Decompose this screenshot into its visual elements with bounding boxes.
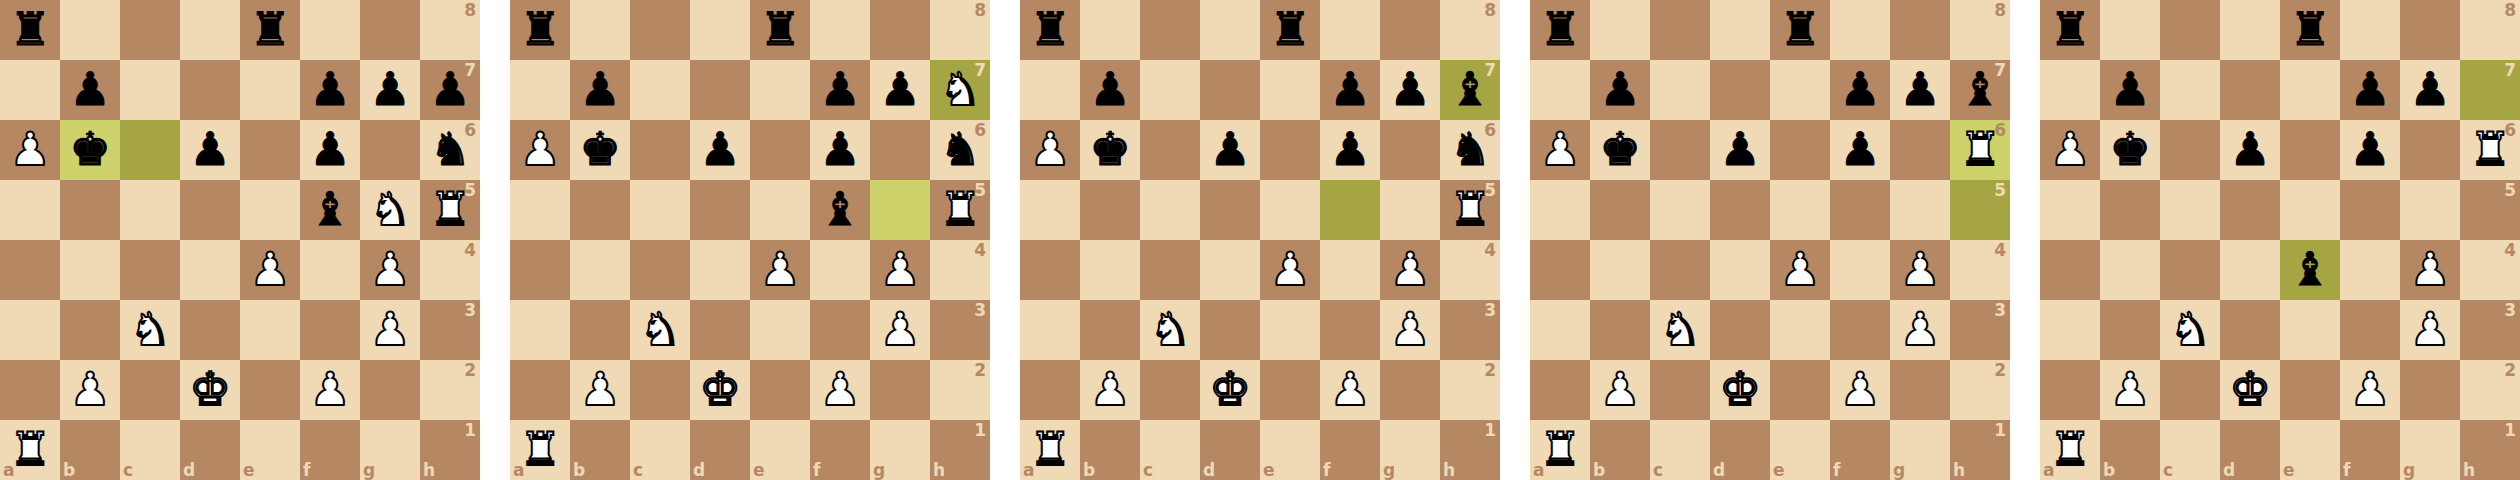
square-b4[interactable]	[1590, 240, 1650, 300]
square-h4[interactable]: 4	[420, 240, 480, 300]
black-pawn[interactable]: ♟	[1089, 66, 1130, 112]
square-d1[interactable]: d	[690, 420, 750, 480]
square-d7[interactable]	[1710, 60, 1770, 120]
square-b7[interactable]: ♟	[1590, 60, 1650, 120]
square-b6[interactable]: ♚	[570, 120, 630, 180]
square-g6[interactable]	[1380, 120, 1440, 180]
square-h1[interactable]: 1h	[420, 420, 480, 480]
square-f6[interactable]: ♟	[810, 120, 870, 180]
white-king[interactable]: ♚	[1209, 366, 1250, 412]
square-g7[interactable]: ♟	[360, 60, 420, 120]
white-rook[interactable]: ♜	[1539, 426, 1580, 472]
square-b3[interactable]	[60, 300, 120, 360]
square-d2[interactable]: ♚	[180, 360, 240, 420]
square-h5[interactable]: ♜5	[420, 180, 480, 240]
square-d7[interactable]	[2220, 60, 2280, 120]
square-a1[interactable]: ♜a	[2040, 420, 2100, 480]
white-king[interactable]: ♚	[189, 366, 230, 412]
square-a6[interactable]: ♟	[2040, 120, 2100, 180]
black-rook[interactable]: ♜	[249, 6, 290, 52]
square-h1[interactable]: 1h	[1440, 420, 1500, 480]
square-g7[interactable]: ♟	[1890, 60, 1950, 120]
square-h4[interactable]: 4	[2460, 240, 2520, 300]
square-a7[interactable]	[0, 60, 60, 120]
square-h3[interactable]: 3	[1440, 300, 1500, 360]
square-f1[interactable]: f	[300, 420, 360, 480]
square-e4[interactable]: ♟	[1770, 240, 1830, 300]
square-h2[interactable]: 2	[1440, 360, 1500, 420]
square-h5[interactable]: 5	[2460, 180, 2520, 240]
square-f2[interactable]: ♟	[2340, 360, 2400, 420]
white-pawn[interactable]: ♟	[879, 306, 920, 352]
black-rook[interactable]: ♜	[519, 6, 560, 52]
white-rook[interactable]: ♜	[1959, 126, 2000, 172]
square-g1[interactable]: g	[360, 420, 420, 480]
square-g5[interactable]: ♞	[360, 180, 420, 240]
square-b1[interactable]: b	[1080, 420, 1140, 480]
white-knight[interactable]: ♞	[1149, 306, 1190, 352]
square-b2[interactable]: ♟	[2100, 360, 2160, 420]
black-rook[interactable]: ♜	[1539, 6, 1580, 52]
black-pawn[interactable]: ♟	[1839, 126, 1880, 172]
square-b4[interactable]	[570, 240, 630, 300]
square-e1[interactable]: e	[240, 420, 300, 480]
square-f4[interactable]	[1830, 240, 1890, 300]
square-b3[interactable]	[1590, 300, 1650, 360]
white-rook[interactable]: ♜	[1449, 186, 1490, 232]
square-f8[interactable]	[1830, 0, 1890, 60]
square-c7[interactable]	[2160, 60, 2220, 120]
square-c6[interactable]	[2160, 120, 2220, 180]
square-d3[interactable]	[180, 300, 240, 360]
square-f1[interactable]: f	[810, 420, 870, 480]
square-e6[interactable]	[1260, 120, 1320, 180]
black-bishop[interactable]: ♝	[309, 186, 350, 232]
square-g4[interactable]: ♟	[360, 240, 420, 300]
square-c5[interactable]	[1140, 180, 1200, 240]
square-a7[interactable]	[1020, 60, 1080, 120]
square-c8[interactable]	[2160, 0, 2220, 60]
square-h7[interactable]: ♟7	[420, 60, 480, 120]
black-pawn[interactable]: ♟	[579, 66, 620, 112]
square-e2[interactable]	[240, 360, 300, 420]
square-g8[interactable]	[2400, 0, 2460, 60]
square-d7[interactable]	[690, 60, 750, 120]
square-c3[interactable]: ♞	[120, 300, 180, 360]
square-d6[interactable]: ♟	[690, 120, 750, 180]
square-g1[interactable]: g	[2400, 420, 2460, 480]
white-knight[interactable]: ♞	[129, 306, 170, 352]
white-pawn[interactable]: ♟	[1839, 366, 1880, 412]
square-a7[interactable]	[510, 60, 570, 120]
square-a8[interactable]: ♜	[0, 0, 60, 60]
square-b1[interactable]: b	[570, 420, 630, 480]
black-rook[interactable]: ♜	[9, 6, 50, 52]
white-pawn[interactable]: ♟	[1389, 306, 1430, 352]
square-d2[interactable]: ♚	[1710, 360, 1770, 420]
white-rook[interactable]: ♜	[939, 186, 980, 232]
square-g5[interactable]	[2400, 180, 2460, 240]
square-f2[interactable]: ♟	[810, 360, 870, 420]
black-pawn[interactable]: ♟	[1899, 66, 1940, 112]
square-g1[interactable]: g	[870, 420, 930, 480]
black-pawn[interactable]: ♟	[819, 66, 860, 112]
white-knight[interactable]: ♞	[2169, 306, 2210, 352]
square-b7[interactable]: ♟	[1080, 60, 1140, 120]
white-pawn[interactable]: ♟	[369, 306, 410, 352]
black-pawn[interactable]: ♟	[429, 66, 470, 112]
black-bishop[interactable]: ♝	[1959, 66, 2000, 112]
black-pawn[interactable]: ♟	[1209, 126, 1250, 172]
square-e6[interactable]	[750, 120, 810, 180]
square-f5[interactable]: ♝	[300, 180, 360, 240]
square-c3[interactable]: ♞	[2160, 300, 2220, 360]
square-b8[interactable]	[60, 0, 120, 60]
square-b8[interactable]	[2100, 0, 2160, 60]
square-a1[interactable]: ♜a	[1530, 420, 1590, 480]
square-h5[interactable]: 5	[1950, 180, 2010, 240]
square-a4[interactable]	[1020, 240, 1080, 300]
square-h1[interactable]: 1h	[2460, 420, 2520, 480]
square-b6[interactable]: ♚	[1080, 120, 1140, 180]
square-d8[interactable]	[180, 0, 240, 60]
square-a8[interactable]: ♜	[2040, 0, 2100, 60]
square-b8[interactable]	[1080, 0, 1140, 60]
square-c1[interactable]: c	[1140, 420, 1200, 480]
square-a2[interactable]	[2040, 360, 2100, 420]
square-c4[interactable]	[630, 240, 690, 300]
square-a2[interactable]	[0, 360, 60, 420]
black-pawn[interactable]: ♟	[2409, 66, 2450, 112]
black-king[interactable]: ♚	[1089, 126, 1130, 172]
square-h5[interactable]: ♜5	[930, 180, 990, 240]
square-d1[interactable]: d	[2220, 420, 2280, 480]
square-d8[interactable]	[690, 0, 750, 60]
black-pawn[interactable]: ♟	[309, 126, 350, 172]
square-d3[interactable]	[2220, 300, 2280, 360]
square-g3[interactable]: ♟	[1380, 300, 1440, 360]
square-c2[interactable]	[1140, 360, 1200, 420]
square-a7[interactable]	[1530, 60, 1590, 120]
square-g5[interactable]	[1380, 180, 1440, 240]
white-pawn[interactable]: ♟	[2049, 126, 2090, 172]
white-pawn[interactable]: ♟	[9, 126, 50, 172]
square-g4[interactable]: ♟	[870, 240, 930, 300]
square-e4[interactable]: ♝	[2280, 240, 2340, 300]
square-d5[interactable]	[1710, 180, 1770, 240]
square-c4[interactable]	[120, 240, 180, 300]
square-f6[interactable]: ♟	[2340, 120, 2400, 180]
white-pawn[interactable]: ♟	[1899, 246, 1940, 292]
black-king[interactable]: ♚	[2109, 126, 2150, 172]
white-pawn[interactable]: ♟	[1599, 366, 1640, 412]
black-pawn[interactable]: ♟	[699, 126, 740, 172]
square-b5[interactable]	[60, 180, 120, 240]
square-c1[interactable]: c	[120, 420, 180, 480]
square-a8[interactable]: ♜	[1020, 0, 1080, 60]
square-c5[interactable]	[1650, 180, 1710, 240]
square-g2[interactable]	[1380, 360, 1440, 420]
square-h6[interactable]: ♜6	[2460, 120, 2520, 180]
black-rook[interactable]: ♜	[2049, 6, 2090, 52]
white-pawn[interactable]: ♟	[519, 126, 560, 172]
square-g2[interactable]	[360, 360, 420, 420]
square-d8[interactable]	[1710, 0, 1770, 60]
white-pawn[interactable]: ♟	[2409, 306, 2450, 352]
square-e5[interactable]	[1770, 180, 1830, 240]
white-pawn[interactable]: ♟	[2109, 366, 2150, 412]
square-h7[interactable]: ♝7	[1440, 60, 1500, 120]
white-pawn[interactable]: ♟	[1389, 246, 1430, 292]
square-a4[interactable]	[2040, 240, 2100, 300]
square-c7[interactable]	[120, 60, 180, 120]
square-f6[interactable]: ♟	[1320, 120, 1380, 180]
square-d5[interactable]	[1200, 180, 1260, 240]
square-f1[interactable]: f	[2340, 420, 2400, 480]
square-h6[interactable]: ♜6	[1950, 120, 2010, 180]
square-d7[interactable]	[180, 60, 240, 120]
square-c2[interactable]	[120, 360, 180, 420]
square-f7[interactable]: ♟	[300, 60, 360, 120]
square-d8[interactable]	[1200, 0, 1260, 60]
white-pawn[interactable]: ♟	[879, 246, 920, 292]
square-g3[interactable]: ♟	[870, 300, 930, 360]
square-e2[interactable]	[2280, 360, 2340, 420]
square-h6[interactable]: ♞6	[930, 120, 990, 180]
square-g3[interactable]: ♟	[2400, 300, 2460, 360]
square-a5[interactable]	[2040, 180, 2100, 240]
square-e5[interactable]	[2280, 180, 2340, 240]
square-b8[interactable]	[570, 0, 630, 60]
square-f2[interactable]: ♟	[1320, 360, 1380, 420]
square-e2[interactable]	[1770, 360, 1830, 420]
square-d7[interactable]	[1200, 60, 1260, 120]
square-g2[interactable]	[2400, 360, 2460, 420]
square-c2[interactable]	[1650, 360, 1710, 420]
square-g5[interactable]	[870, 180, 930, 240]
square-g3[interactable]: ♟	[360, 300, 420, 360]
square-b3[interactable]	[570, 300, 630, 360]
square-e8[interactable]: ♜	[750, 0, 810, 60]
square-f7[interactable]: ♟	[1830, 60, 1890, 120]
white-rook[interactable]: ♜	[2049, 426, 2090, 472]
square-d4[interactable]	[180, 240, 240, 300]
black-pawn[interactable]: ♟	[2109, 66, 2150, 112]
square-c3[interactable]: ♞	[630, 300, 690, 360]
square-e2[interactable]	[750, 360, 810, 420]
square-h7[interactable]: 7	[2460, 60, 2520, 120]
square-a4[interactable]	[0, 240, 60, 300]
square-c2[interactable]	[2160, 360, 2220, 420]
square-b3[interactable]	[2100, 300, 2160, 360]
square-a5[interactable]	[1020, 180, 1080, 240]
square-e8[interactable]: ♜	[1260, 0, 1320, 60]
square-f3[interactable]	[1320, 300, 1380, 360]
white-knight[interactable]: ♞	[639, 306, 680, 352]
square-f5[interactable]: ♝	[810, 180, 870, 240]
square-h2[interactable]: 2	[2460, 360, 2520, 420]
square-a3[interactable]	[0, 300, 60, 360]
square-a4[interactable]	[1530, 240, 1590, 300]
square-b2[interactable]: ♟	[1080, 360, 1140, 420]
square-h6[interactable]: ♞6	[420, 120, 480, 180]
white-pawn[interactable]: ♟	[819, 366, 860, 412]
square-h6[interactable]: ♞6	[1440, 120, 1500, 180]
square-a2[interactable]	[1020, 360, 1080, 420]
square-e6[interactable]	[2280, 120, 2340, 180]
square-c1[interactable]: c	[1650, 420, 1710, 480]
black-pawn[interactable]: ♟	[1719, 126, 1760, 172]
black-pawn[interactable]: ♟	[69, 66, 110, 112]
square-a1[interactable]: ♜a	[510, 420, 570, 480]
square-e8[interactable]: ♜	[240, 0, 300, 60]
square-h3[interactable]: 3	[1950, 300, 2010, 360]
black-pawn[interactable]: ♟	[1329, 66, 1370, 112]
square-d5[interactable]	[690, 180, 750, 240]
square-h4[interactable]: 4	[930, 240, 990, 300]
square-b6[interactable]: ♚	[2100, 120, 2160, 180]
square-f4[interactable]	[300, 240, 360, 300]
square-d8[interactable]	[2220, 0, 2280, 60]
square-e5[interactable]	[1260, 180, 1320, 240]
square-b4[interactable]	[1080, 240, 1140, 300]
square-d2[interactable]: ♚	[690, 360, 750, 420]
square-e4[interactable]: ♟	[750, 240, 810, 300]
square-b1[interactable]: b	[60, 420, 120, 480]
black-bishop[interactable]: ♝	[819, 186, 860, 232]
black-pawn[interactable]: ♟	[2349, 126, 2390, 172]
black-king[interactable]: ♚	[579, 126, 620, 172]
black-king[interactable]: ♚	[1599, 126, 1640, 172]
white-pawn[interactable]: ♟	[369, 246, 410, 292]
black-rook[interactable]: ♜	[759, 6, 800, 52]
square-b2[interactable]: ♟	[570, 360, 630, 420]
square-f7[interactable]: ♟	[1320, 60, 1380, 120]
square-c4[interactable]	[2160, 240, 2220, 300]
square-g1[interactable]: g	[1380, 420, 1440, 480]
black-bishop[interactable]: ♝	[1449, 66, 1490, 112]
white-pawn[interactable]: ♟	[69, 366, 110, 412]
square-a8[interactable]: ♜	[1530, 0, 1590, 60]
white-pawn[interactable]: ♟	[2349, 366, 2390, 412]
square-b6[interactable]: ♚	[1590, 120, 1650, 180]
square-d1[interactable]: d	[1710, 420, 1770, 480]
square-a3[interactable]	[2040, 300, 2100, 360]
black-rook[interactable]: ♜	[1029, 6, 1070, 52]
square-h4[interactable]: 4	[1440, 240, 1500, 300]
square-a6[interactable]: ♟	[1020, 120, 1080, 180]
black-bishop[interactable]: ♝	[2289, 246, 2330, 292]
square-a3[interactable]	[1020, 300, 1080, 360]
square-h4[interactable]: 4	[1950, 240, 2010, 300]
black-knight[interactable]: ♞	[939, 126, 980, 172]
square-b5[interactable]	[2100, 180, 2160, 240]
square-g8[interactable]	[870, 0, 930, 60]
white-knight[interactable]: ♞	[1659, 306, 1700, 352]
square-d3[interactable]	[690, 300, 750, 360]
white-king[interactable]: ♚	[2229, 366, 2270, 412]
square-e7[interactable]	[1770, 60, 1830, 120]
square-e4[interactable]: ♟	[1260, 240, 1320, 300]
square-f8[interactable]	[810, 0, 870, 60]
square-e1[interactable]: e	[750, 420, 810, 480]
square-b8[interactable]	[1590, 0, 1650, 60]
white-rook[interactable]: ♜	[2469, 126, 2510, 172]
square-b2[interactable]: ♟	[1590, 360, 1650, 420]
square-c6[interactable]	[1650, 120, 1710, 180]
square-c6[interactable]	[120, 120, 180, 180]
white-pawn[interactable]: ♟	[309, 366, 350, 412]
square-b4[interactable]	[60, 240, 120, 300]
square-a8[interactable]: ♜	[510, 0, 570, 60]
square-h7[interactable]: ♞7	[930, 60, 990, 120]
square-e5[interactable]	[240, 180, 300, 240]
square-f1[interactable]: f	[1830, 420, 1890, 480]
square-g6[interactable]	[1890, 120, 1950, 180]
square-e7[interactable]	[2280, 60, 2340, 120]
square-h3[interactable]: 3	[2460, 300, 2520, 360]
square-e8[interactable]: ♜	[1770, 0, 1830, 60]
white-pawn[interactable]: ♟	[1539, 126, 1580, 172]
square-f2[interactable]: ♟	[1830, 360, 1890, 420]
square-a2[interactable]	[510, 360, 570, 420]
square-a2[interactable]	[1530, 360, 1590, 420]
square-e3[interactable]	[1770, 300, 1830, 360]
square-b1[interactable]: b	[2100, 420, 2160, 480]
white-rook[interactable]: ♜	[1029, 426, 1070, 472]
square-d6[interactable]: ♟	[180, 120, 240, 180]
square-h3[interactable]: 3	[420, 300, 480, 360]
square-b1[interactable]: b	[1590, 420, 1650, 480]
white-pawn[interactable]: ♟	[1779, 246, 1820, 292]
black-pawn[interactable]: ♟	[1389, 66, 1430, 112]
square-g3[interactable]: ♟	[1890, 300, 1950, 360]
square-h2[interactable]: 2	[930, 360, 990, 420]
square-g6[interactable]	[870, 120, 930, 180]
white-pawn[interactable]: ♟	[1329, 366, 1370, 412]
square-c5[interactable]	[120, 180, 180, 240]
white-king[interactable]: ♚	[699, 366, 740, 412]
square-e5[interactable]	[750, 180, 810, 240]
square-e3[interactable]	[750, 300, 810, 360]
square-h7[interactable]: ♝7	[1950, 60, 2010, 120]
white-pawn[interactable]: ♟	[2409, 246, 2450, 292]
square-e7[interactable]	[750, 60, 810, 120]
square-g7[interactable]: ♟	[870, 60, 930, 120]
square-c6[interactable]	[1140, 120, 1200, 180]
square-h8[interactable]: 8	[420, 0, 480, 60]
white-pawn[interactable]: ♟	[1089, 366, 1130, 412]
square-f3[interactable]	[1830, 300, 1890, 360]
square-f8[interactable]	[1320, 0, 1380, 60]
black-pawn[interactable]: ♟	[309, 66, 350, 112]
square-c8[interactable]	[630, 0, 690, 60]
square-c1[interactable]: c	[630, 420, 690, 480]
square-h1[interactable]: 1h	[930, 420, 990, 480]
square-b2[interactable]: ♟	[60, 360, 120, 420]
square-f8[interactable]	[300, 0, 360, 60]
square-e8[interactable]: ♜	[2280, 0, 2340, 60]
square-g7[interactable]: ♟	[1380, 60, 1440, 120]
square-g7[interactable]: ♟	[2400, 60, 2460, 120]
black-pawn[interactable]: ♟	[879, 66, 920, 112]
square-g8[interactable]	[360, 0, 420, 60]
white-rook[interactable]: ♜	[429, 186, 470, 232]
square-e7[interactable]	[1260, 60, 1320, 120]
square-g4[interactable]: ♟	[1890, 240, 1950, 300]
square-b7[interactable]: ♟	[2100, 60, 2160, 120]
square-d5[interactable]	[180, 180, 240, 240]
